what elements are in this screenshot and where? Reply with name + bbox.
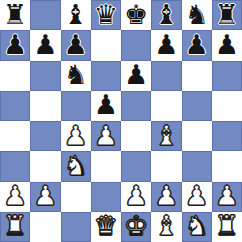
square-e6[interactable]: ♟ bbox=[121, 61, 151, 91]
piece-black-pawn[interactable]: ♟ bbox=[64, 31, 88, 58]
piece-white-pawn[interactable]: ♟ bbox=[94, 122, 118, 149]
square-c5[interactable] bbox=[61, 91, 91, 121]
square-a8[interactable]: ♜ bbox=[0, 0, 30, 30]
square-g7[interactable]: ♟ bbox=[182, 30, 212, 60]
square-h8[interactable]: ♜ bbox=[212, 0, 242, 30]
square-d2[interactable] bbox=[91, 182, 121, 212]
piece-white-pawn[interactable]: ♟ bbox=[33, 182, 57, 209]
piece-white-pawn[interactable]: ♟ bbox=[185, 182, 209, 209]
piece-black-king[interactable]: ♚ bbox=[124, 1, 148, 28]
square-e1[interactable]: ♚ bbox=[121, 212, 151, 242]
square-f8[interactable]: ♝ bbox=[151, 0, 181, 30]
square-b4[interactable] bbox=[30, 121, 60, 151]
square-g2[interactable]: ♟ bbox=[182, 182, 212, 212]
piece-black-knight[interactable]: ♞ bbox=[64, 61, 88, 88]
square-g4[interactable] bbox=[182, 121, 212, 151]
piece-white-pawn[interactable]: ♟ bbox=[64, 122, 88, 149]
square-h1[interactable]: ♜ bbox=[212, 212, 242, 242]
piece-black-pawn[interactable]: ♟ bbox=[185, 31, 209, 58]
square-d6[interactable] bbox=[91, 61, 121, 91]
square-b8[interactable] bbox=[30, 0, 60, 30]
square-e3[interactable] bbox=[121, 151, 151, 181]
square-a5[interactable] bbox=[0, 91, 30, 121]
piece-white-pawn[interactable]: ♟ bbox=[3, 182, 27, 209]
piece-black-pawn[interactable]: ♟ bbox=[33, 31, 57, 58]
square-a1[interactable]: ♜ bbox=[0, 212, 30, 242]
piece-black-bishop[interactable]: ♝ bbox=[64, 1, 88, 28]
square-h2[interactable]: ♟ bbox=[212, 182, 242, 212]
square-a7[interactable]: ♟ bbox=[0, 30, 30, 60]
piece-black-pawn[interactable]: ♟ bbox=[94, 91, 118, 118]
piece-black-rook[interactable]: ♜ bbox=[3, 1, 27, 28]
piece-black-pawn[interactable]: ♟ bbox=[124, 61, 148, 88]
square-c7[interactable]: ♟ bbox=[61, 30, 91, 60]
square-b7[interactable]: ♟ bbox=[30, 30, 60, 60]
piece-black-bishop[interactable]: ♝ bbox=[154, 1, 178, 28]
square-e2[interactable]: ♟ bbox=[121, 182, 151, 212]
square-g1[interactable]: ♞ bbox=[182, 212, 212, 242]
piece-white-pawn[interactable]: ♟ bbox=[154, 182, 178, 209]
square-b3[interactable] bbox=[30, 151, 60, 181]
square-e7[interactable] bbox=[121, 30, 151, 60]
square-e4[interactable] bbox=[121, 121, 151, 151]
square-b5[interactable] bbox=[30, 91, 60, 121]
square-f2[interactable]: ♟ bbox=[151, 182, 181, 212]
piece-white-bishop[interactable]: ♝ bbox=[154, 122, 178, 149]
square-a2[interactable]: ♟ bbox=[0, 182, 30, 212]
piece-white-pawn[interactable]: ♟ bbox=[215, 182, 239, 209]
piece-white-king[interactable]: ♚ bbox=[124, 212, 148, 239]
square-h6[interactable] bbox=[212, 61, 242, 91]
piece-black-rook[interactable]: ♜ bbox=[215, 1, 239, 28]
square-f3[interactable] bbox=[151, 151, 181, 181]
piece-black-queen[interactable]: ♛ bbox=[94, 1, 118, 28]
square-d3[interactable] bbox=[91, 151, 121, 181]
square-h5[interactable] bbox=[212, 91, 242, 121]
square-h4[interactable] bbox=[212, 121, 242, 151]
chess-board: ♜♝♛♚♝♞♜♟♟♟♟♟♟♞♟♟♟♟♝♞♟♟♟♟♟♟♜♛♚♝♞♜ bbox=[0, 0, 242, 242]
square-a4[interactable] bbox=[0, 121, 30, 151]
square-a6[interactable] bbox=[0, 61, 30, 91]
square-h7[interactable]: ♟ bbox=[212, 30, 242, 60]
piece-white-knight[interactable]: ♞ bbox=[185, 212, 209, 239]
square-d1[interactable]: ♛ bbox=[91, 212, 121, 242]
piece-black-knight[interactable]: ♞ bbox=[185, 1, 209, 28]
piece-white-bishop[interactable]: ♝ bbox=[154, 212, 178, 239]
piece-black-pawn[interactable]: ♟ bbox=[215, 31, 239, 58]
square-g3[interactable] bbox=[182, 151, 212, 181]
square-a3[interactable] bbox=[0, 151, 30, 181]
piece-black-pawn[interactable]: ♟ bbox=[3, 31, 27, 58]
square-h3[interactable] bbox=[212, 151, 242, 181]
square-d4[interactable]: ♟ bbox=[91, 121, 121, 151]
square-f6[interactable] bbox=[151, 61, 181, 91]
square-f5[interactable] bbox=[151, 91, 181, 121]
piece-black-pawn[interactable]: ♟ bbox=[154, 31, 178, 58]
square-e5[interactable] bbox=[121, 91, 151, 121]
square-c1[interactable] bbox=[61, 212, 91, 242]
piece-white-rook[interactable]: ♜ bbox=[3, 212, 27, 239]
square-c4[interactable]: ♟ bbox=[61, 121, 91, 151]
square-b2[interactable]: ♟ bbox=[30, 182, 60, 212]
square-g8[interactable]: ♞ bbox=[182, 0, 212, 30]
square-e8[interactable]: ♚ bbox=[121, 0, 151, 30]
square-c6[interactable]: ♞ bbox=[61, 61, 91, 91]
square-d5[interactable]: ♟ bbox=[91, 91, 121, 121]
square-d8[interactable]: ♛ bbox=[91, 0, 121, 30]
square-g6[interactable] bbox=[182, 61, 212, 91]
square-f7[interactable]: ♟ bbox=[151, 30, 181, 60]
piece-white-rook[interactable]: ♜ bbox=[215, 212, 239, 239]
square-c8[interactable]: ♝ bbox=[61, 0, 91, 30]
square-b6[interactable] bbox=[30, 61, 60, 91]
square-f4[interactable]: ♝ bbox=[151, 121, 181, 151]
square-c3[interactable]: ♞ bbox=[61, 151, 91, 181]
piece-white-knight[interactable]: ♞ bbox=[64, 152, 88, 179]
square-g5[interactable] bbox=[182, 91, 212, 121]
chess-board-panel: ♜♝♛♚♝♞♜♟♟♟♟♟♟♞♟♟♟♟♝♞♟♟♟♟♟♟♜♛♚♝♞♜ bbox=[0, 0, 242, 242]
piece-white-pawn[interactable]: ♟ bbox=[124, 182, 148, 209]
square-b1[interactable] bbox=[30, 212, 60, 242]
piece-white-queen[interactable]: ♛ bbox=[94, 212, 118, 239]
square-c2[interactable] bbox=[61, 182, 91, 212]
square-f1[interactable]: ♝ bbox=[151, 212, 181, 242]
square-d7[interactable] bbox=[91, 30, 121, 60]
